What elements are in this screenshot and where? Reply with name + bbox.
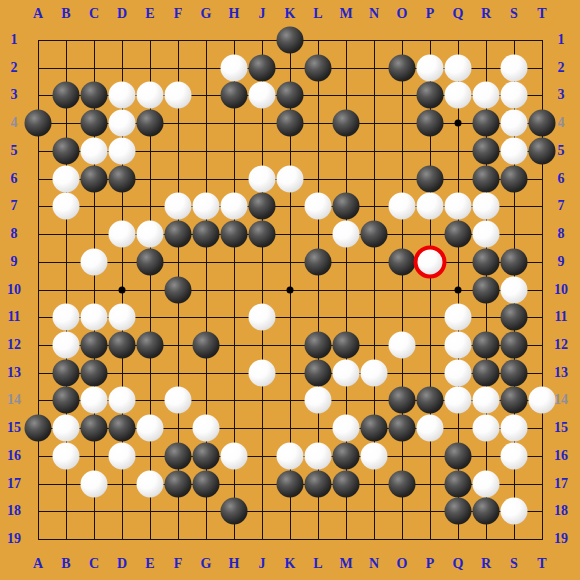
col-label-top-N: N — [369, 7, 379, 21]
col-label-bottom-C: C — [89, 557, 99, 571]
row-label-right-1: 1 — [558, 33, 565, 47]
stone-black-K3[interactable] — [277, 82, 304, 109]
stone-black-T4[interactable] — [529, 110, 556, 137]
goban[interactable]: AABBCCDDEEFFGGHHJJKKLLMMNNOOPPQQRRSSTT11… — [0, 0, 580, 580]
stone-white-F3[interactable] — [165, 82, 192, 109]
stone-white-R17[interactable] — [473, 470, 500, 497]
stone-black-F16[interactable] — [165, 442, 192, 469]
stone-black-R9[interactable] — [473, 248, 500, 275]
stone-black-D6[interactable] — [109, 165, 136, 192]
stone-black-Q17[interactable] — [445, 470, 472, 497]
stone-white-Q7[interactable] — [445, 193, 472, 220]
stone-black-N15[interactable] — [361, 415, 388, 442]
col-label-bottom-A: A — [33, 557, 43, 571]
stone-white-J3[interactable] — [249, 82, 276, 109]
stone-black-Q8[interactable] — [445, 221, 472, 248]
stone-white-M13[interactable] — [333, 359, 360, 386]
stone-white-D8[interactable] — [109, 221, 136, 248]
col-label-bottom-E: E — [145, 557, 154, 571]
col-label-top-C: C — [89, 7, 99, 21]
stone-black-N8[interactable] — [361, 221, 388, 248]
col-label-bottom-J: J — [259, 557, 266, 571]
stone-white-J6[interactable] — [249, 165, 276, 192]
stone-black-Q16[interactable] — [445, 442, 472, 469]
stone-white-H2[interactable] — [221, 54, 248, 81]
row-label-left-17: 17 — [7, 477, 21, 491]
stone-white-Q13[interactable] — [445, 359, 472, 386]
star-point-D10 — [119, 286, 126, 293]
col-label-top-B: B — [61, 7, 70, 21]
row-label-right-19: 19 — [554, 532, 568, 546]
stone-black-M7[interactable] — [333, 193, 360, 220]
stone-black-H3[interactable] — [221, 82, 248, 109]
stone-white-M15[interactable] — [333, 415, 360, 442]
stone-black-L9[interactable] — [305, 248, 332, 275]
row-label-right-10: 10 — [554, 283, 568, 297]
row-label-right-8: 8 — [558, 227, 565, 241]
row-label-right-5: 5 — [558, 144, 565, 158]
row-label-left-6: 6 — [11, 172, 18, 186]
col-label-bottom-B: B — [61, 557, 70, 571]
col-label-top-H: H — [229, 7, 240, 21]
row-label-right-2: 2 — [558, 61, 565, 75]
stone-white-H7[interactable] — [221, 193, 248, 220]
stone-white-K16[interactable] — [277, 442, 304, 469]
col-label-bottom-M: M — [339, 557, 352, 571]
stone-white-O12[interactable] — [389, 331, 416, 358]
star-point-Q10 — [455, 286, 462, 293]
col-label-top-L: L — [313, 7, 322, 21]
stone-white-M8[interactable] — [333, 221, 360, 248]
stone-white-L16[interactable] — [305, 442, 332, 469]
col-label-bottom-L: L — [313, 557, 322, 571]
col-label-top-P: P — [426, 7, 435, 21]
stone-white-R3[interactable] — [473, 82, 500, 109]
col-label-top-G: G — [201, 7, 212, 21]
col-label-bottom-K: K — [285, 557, 296, 571]
row-label-left-15: 15 — [7, 421, 21, 435]
stone-black-S13[interactable] — [501, 359, 528, 386]
stone-white-L7[interactable] — [305, 193, 332, 220]
col-label-bottom-O: O — [397, 557, 408, 571]
stone-black-P3[interactable] — [417, 82, 444, 109]
stone-black-M17[interactable] — [333, 470, 360, 497]
stone-white-T14[interactable] — [529, 387, 556, 414]
stone-black-R6[interactable] — [473, 165, 500, 192]
stone-black-P6[interactable] — [417, 165, 444, 192]
stone-white-R15[interactable] — [473, 415, 500, 442]
stone-white-S5[interactable] — [501, 137, 528, 164]
grid-line-col-O — [402, 40, 403, 540]
stone-black-S11[interactable] — [501, 304, 528, 331]
stone-black-S6[interactable] — [501, 165, 528, 192]
stone-black-E12[interactable] — [137, 331, 164, 358]
stone-black-R4[interactable] — [473, 110, 500, 137]
stone-black-B14[interactable] — [53, 387, 80, 414]
stone-black-S9[interactable] — [501, 248, 528, 275]
stone-black-G12[interactable] — [193, 331, 220, 358]
last-move-marker-P9 — [414, 245, 447, 278]
stone-white-R8[interactable] — [473, 221, 500, 248]
row-label-right-7: 7 — [558, 199, 565, 213]
row-label-right-13: 13 — [554, 366, 568, 380]
row-label-left-16: 16 — [7, 449, 21, 463]
row-label-right-18: 18 — [554, 504, 568, 518]
stone-white-S10[interactable] — [501, 276, 528, 303]
stone-black-G17[interactable] — [193, 470, 220, 497]
stone-black-F17[interactable] — [165, 470, 192, 497]
row-label-left-8: 8 — [11, 227, 18, 241]
stone-white-G15[interactable] — [193, 415, 220, 442]
stone-black-H8[interactable] — [221, 221, 248, 248]
row-label-right-3: 3 — [558, 88, 565, 102]
col-label-bottom-R: R — [481, 557, 491, 571]
stone-white-B11[interactable] — [53, 304, 80, 331]
stone-black-E4[interactable] — [137, 110, 164, 137]
row-label-right-12: 12 — [554, 338, 568, 352]
stone-white-D4[interactable] — [109, 110, 136, 137]
row-label-left-7: 7 — [11, 199, 18, 213]
stone-black-B3[interactable] — [53, 82, 80, 109]
stone-black-E9[interactable] — [137, 248, 164, 275]
stone-black-K4[interactable] — [277, 110, 304, 137]
col-label-top-R: R — [481, 7, 491, 21]
stone-white-E8[interactable] — [137, 221, 164, 248]
stone-black-A4[interactable] — [25, 110, 52, 137]
stone-black-R13[interactable] — [473, 359, 500, 386]
stone-white-E17[interactable] — [137, 470, 164, 497]
stone-black-B13[interactable] — [53, 359, 80, 386]
col-label-top-S: S — [510, 7, 518, 21]
stone-black-O14[interactable] — [389, 387, 416, 414]
col-label-bottom-H: H — [229, 557, 240, 571]
stone-white-C5[interactable] — [81, 137, 108, 164]
stone-black-Q18[interactable] — [445, 498, 472, 525]
stone-black-H18[interactable] — [221, 498, 248, 525]
stone-white-S15[interactable] — [501, 415, 528, 442]
stone-white-D16[interactable] — [109, 442, 136, 469]
col-label-bottom-Q: Q — [453, 557, 464, 571]
stone-white-G7[interactable] — [193, 193, 220, 220]
stone-black-C15[interactable] — [81, 415, 108, 442]
stone-black-M16[interactable] — [333, 442, 360, 469]
stone-black-P4[interactable] — [417, 110, 444, 137]
stone-white-S16[interactable] — [501, 442, 528, 469]
stone-black-C13[interactable] — [81, 359, 108, 386]
stone-black-A15[interactable] — [25, 415, 52, 442]
stone-black-F10[interactable] — [165, 276, 192, 303]
row-label-right-9: 9 — [558, 255, 565, 269]
col-label-bottom-P: P — [426, 557, 435, 571]
stone-black-L13[interactable] — [305, 359, 332, 386]
row-label-right-11: 11 — [554, 310, 567, 324]
star-point-Q4 — [455, 120, 462, 127]
stone-white-O7[interactable] — [389, 193, 416, 220]
stone-white-B16[interactable] — [53, 442, 80, 469]
stone-white-C11[interactable] — [81, 304, 108, 331]
stone-white-C17[interactable] — [81, 470, 108, 497]
col-label-bottom-D: D — [117, 557, 127, 571]
grid-line-row-19 — [38, 539, 543, 540]
row-label-left-11: 11 — [7, 310, 20, 324]
row-label-right-16: 16 — [554, 449, 568, 463]
stone-black-R12[interactable] — [473, 331, 500, 358]
stone-white-J11[interactable] — [249, 304, 276, 331]
stone-white-Q14[interactable] — [445, 387, 472, 414]
row-label-right-6: 6 — [558, 172, 565, 186]
stone-black-R5[interactable] — [473, 137, 500, 164]
stone-white-S18[interactable] — [501, 498, 528, 525]
stone-black-G16[interactable] — [193, 442, 220, 469]
stone-white-C9[interactable] — [81, 248, 108, 275]
stone-black-J7[interactable] — [249, 193, 276, 220]
stone-black-B5[interactable] — [53, 137, 80, 164]
row-label-right-17: 17 — [554, 477, 568, 491]
stone-black-S12[interactable] — [501, 331, 528, 358]
col-label-top-T: T — [537, 7, 546, 21]
stone-white-Q11[interactable] — [445, 304, 472, 331]
row-label-left-19: 19 — [7, 532, 21, 546]
row-label-left-18: 18 — [7, 504, 21, 518]
col-label-bottom-N: N — [369, 557, 379, 571]
stone-black-S14[interactable] — [501, 387, 528, 414]
stone-white-K6[interactable] — [277, 165, 304, 192]
stone-white-D14[interactable] — [109, 387, 136, 414]
stone-black-L2[interactable] — [305, 54, 332, 81]
stone-white-C14[interactable] — [81, 387, 108, 414]
stone-white-Q3[interactable] — [445, 82, 472, 109]
stone-black-M4[interactable] — [333, 110, 360, 137]
stone-black-G8[interactable] — [193, 221, 220, 248]
stone-white-D5[interactable] — [109, 137, 136, 164]
stone-black-K17[interactable] — [277, 470, 304, 497]
stone-white-N13[interactable] — [361, 359, 388, 386]
row-label-left-13: 13 — [7, 366, 21, 380]
stone-white-B12[interactable] — [53, 331, 80, 358]
row-label-left-4: 4 — [11, 116, 18, 130]
stone-white-Q12[interactable] — [445, 331, 472, 358]
stone-black-K1[interactable] — [277, 27, 304, 54]
stone-black-F8[interactable] — [165, 221, 192, 248]
stone-black-C6[interactable] — [81, 165, 108, 192]
row-label-left-1: 1 — [11, 33, 18, 47]
stone-black-O2[interactable] — [389, 54, 416, 81]
stone-black-T5[interactable] — [529, 137, 556, 164]
stone-white-L14[interactable] — [305, 387, 332, 414]
stone-black-C12[interactable] — [81, 331, 108, 358]
stone-black-O17[interactable] — [389, 470, 416, 497]
stone-white-P7[interactable] — [417, 193, 444, 220]
row-label-right-15: 15 — [554, 421, 568, 435]
col-label-top-D: D — [117, 7, 127, 21]
col-label-top-Q: Q — [453, 7, 464, 21]
stone-white-B15[interactable] — [53, 415, 80, 442]
stone-white-N16[interactable] — [361, 442, 388, 469]
stone-white-F7[interactable] — [165, 193, 192, 220]
stone-black-R10[interactable] — [473, 276, 500, 303]
col-label-top-O: O — [397, 7, 408, 21]
row-label-left-12: 12 — [7, 338, 21, 352]
stone-black-R18[interactable] — [473, 498, 500, 525]
stone-white-Q2[interactable] — [445, 54, 472, 81]
stone-black-D12[interactable] — [109, 331, 136, 358]
row-label-left-2: 2 — [11, 61, 18, 75]
row-label-left-14: 14 — [7, 393, 21, 407]
stone-white-S4[interactable] — [501, 110, 528, 137]
stone-black-J8[interactable] — [249, 221, 276, 248]
stone-black-D15[interactable] — [109, 415, 136, 442]
stone-white-F14[interactable] — [165, 387, 192, 414]
row-label-left-3: 3 — [11, 88, 18, 102]
col-label-top-M: M — [339, 7, 352, 21]
stone-black-O15[interactable] — [389, 415, 416, 442]
stone-white-E15[interactable] — [137, 415, 164, 442]
stone-black-L12[interactable] — [305, 331, 332, 358]
col-label-bottom-S: S — [510, 557, 518, 571]
col-label-top-A: A — [33, 7, 43, 21]
stone-white-P2[interactable] — [417, 54, 444, 81]
stone-white-S2[interactable] — [501, 54, 528, 81]
stone-black-J2[interactable] — [249, 54, 276, 81]
row-label-right-14: 14 — [554, 393, 568, 407]
stone-black-L17[interactable] — [305, 470, 332, 497]
row-label-left-10: 10 — [7, 283, 21, 297]
col-label-top-K: K — [285, 7, 296, 21]
stone-white-H16[interactable] — [221, 442, 248, 469]
stone-white-J13[interactable] — [249, 359, 276, 386]
row-label-right-4: 4 — [558, 116, 565, 130]
stone-white-B7[interactable] — [53, 193, 80, 220]
stone-white-S3[interactable] — [501, 82, 528, 109]
stone-white-B6[interactable] — [53, 165, 80, 192]
star-point-K10 — [287, 286, 294, 293]
stone-white-D3[interactable] — [109, 82, 136, 109]
row-label-left-9: 9 — [11, 255, 18, 269]
stone-black-P14[interactable] — [417, 387, 444, 414]
col-label-bottom-F: F — [174, 557, 183, 571]
stone-white-P15[interactable] — [417, 415, 444, 442]
col-label-bottom-G: G — [201, 557, 212, 571]
col-label-bottom-T: T — [537, 557, 546, 571]
stone-black-C4[interactable] — [81, 110, 108, 137]
stone-black-O9[interactable] — [389, 248, 416, 275]
stone-white-R14[interactable] — [473, 387, 500, 414]
row-label-left-5: 5 — [11, 144, 18, 158]
stone-black-M12[interactable] — [333, 331, 360, 358]
col-label-top-F: F — [174, 7, 183, 21]
stone-black-C3[interactable] — [81, 82, 108, 109]
stone-white-D11[interactable] — [109, 304, 136, 331]
col-label-top-E: E — [145, 7, 154, 21]
stone-white-E3[interactable] — [137, 82, 164, 109]
col-label-top-J: J — [259, 7, 266, 21]
stone-white-R7[interactable] — [473, 193, 500, 220]
